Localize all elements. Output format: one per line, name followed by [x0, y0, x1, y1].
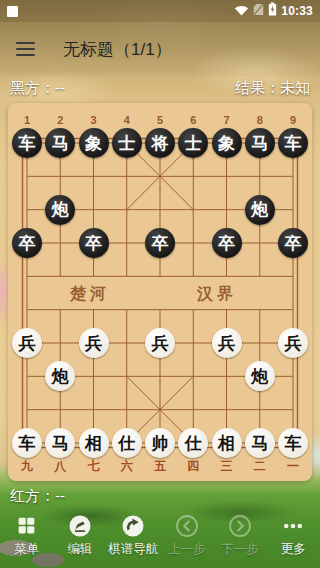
file-coordinate-bottom: 九 [15, 458, 39, 475]
xiangqi-board[interactable]: 123456789 九八七六五四三二一 楚河 汉界 车马象士将士象马车炮炮卒卒卒… [8, 103, 312, 481]
piece-red-兵[interactable]: 兵 [278, 328, 308, 358]
river-label-right: 汉界 [197, 284, 237, 305]
piece-black-卒[interactable]: 卒 [79, 228, 109, 258]
piece-red-帅[interactable]: 帅 [145, 428, 175, 458]
piece-red-相[interactable]: 相 [79, 428, 109, 458]
file-coordinate-bottom: 二 [248, 458, 272, 475]
prev-button[interactable]: 上一步 [160, 510, 213, 562]
file-coordinate-bottom: 五 [148, 458, 172, 475]
toolbar-item-label: 菜单 [14, 541, 39, 558]
file-coordinate-bottom: 四 [181, 458, 205, 475]
piece-black-象[interactable]: 象 [79, 128, 109, 158]
more-button[interactable]: 更多 [267, 510, 320, 562]
file-coordinate-top: 6 [181, 114, 205, 126]
edit-pencil-icon [68, 513, 92, 538]
piece-red-炮[interactable]: 炮 [245, 361, 275, 391]
bottom-toolbar: 菜单编辑棋谱导航上一步下一步更多 [0, 510, 320, 562]
battery-charging-icon [268, 2, 277, 20]
board-grid [8, 103, 312, 481]
toolbar-item-label: 棋谱导航 [108, 541, 158, 558]
file-coordinate-top: 7 [215, 114, 239, 126]
file-coordinate-top: 5 [148, 114, 172, 126]
piece-black-士[interactable]: 士 [112, 128, 142, 158]
piece-red-兵[interactable]: 兵 [212, 328, 242, 358]
no-sim-icon [253, 2, 264, 20]
black-side-label: 黑方：-- [10, 79, 65, 98]
piece-black-车[interactable]: 车 [278, 128, 308, 158]
ellipsis-icon [282, 513, 304, 538]
piece-black-将[interactable]: 将 [145, 128, 175, 158]
piece-red-兵[interactable]: 兵 [12, 328, 42, 358]
file-coordinate-bottom: 七 [82, 458, 106, 475]
piece-black-卒[interactable]: 卒 [12, 228, 42, 258]
piece-red-兵[interactable]: 兵 [79, 328, 109, 358]
toolbar-item-label: 编辑 [67, 541, 92, 558]
page-title: 无标题（1/1） [63, 38, 172, 61]
toolbar-item-label: 上一步 [168, 541, 206, 558]
piece-black-马[interactable]: 马 [245, 128, 275, 158]
menu-button[interactable]: 菜单 [0, 510, 53, 562]
piece-black-车[interactable]: 车 [12, 128, 42, 158]
file-coordinate-top: 1 [15, 114, 39, 126]
file-coordinate-top: 9 [281, 114, 305, 126]
river-label-left: 楚河 [70, 284, 110, 305]
grid-icon [16, 513, 37, 538]
status-bar: 10:33 [0, 0, 320, 22]
file-coordinate-bottom: 三 [215, 458, 239, 475]
nav-button[interactable]: 棋谱导航 [107, 510, 160, 562]
app-screen: 10:33 无标题（1/1） 黑方：-- 结果：未知 123456789 九八七… [0, 0, 320, 568]
piece-black-象[interactable]: 象 [212, 128, 242, 158]
red-side-label: 红方：-- [10, 487, 65, 506]
file-coordinate-bottom: 八 [48, 458, 72, 475]
file-coordinate-top: 4 [115, 114, 139, 126]
chevron-left-icon [175, 513, 199, 538]
title-bar: 无标题（1/1） [0, 22, 320, 76]
piece-black-炮[interactable]: 炮 [245, 195, 275, 225]
edit-button[interactable]: 编辑 [53, 510, 106, 562]
piece-red-兵[interactable]: 兵 [145, 328, 175, 358]
info-bar: 黑方：-- 结果：未知 [0, 76, 320, 100]
result-label: 结果：未知 [235, 79, 310, 98]
toolbar-item-label: 更多 [281, 541, 306, 558]
piece-red-车[interactable]: 车 [278, 428, 308, 458]
piece-black-卒[interactable]: 卒 [278, 228, 308, 258]
next-button[interactable]: 下一步 [213, 510, 266, 562]
redo-arrow-icon [121, 513, 145, 538]
piece-black-炮[interactable]: 炮 [45, 195, 75, 225]
file-coordinate-top: 8 [248, 114, 272, 126]
toolbar-item-label: 下一步 [221, 541, 259, 558]
file-coordinate-bottom: 六 [115, 458, 139, 475]
piece-red-车[interactable]: 车 [12, 428, 42, 458]
chevron-right-icon [228, 513, 252, 538]
piece-red-仕[interactable]: 仕 [112, 428, 142, 458]
file-coordinate-bottom: 一 [281, 458, 305, 475]
hamburger-menu-icon[interactable] [16, 42, 35, 56]
clock-time: 10:33 [281, 4, 313, 18]
wifi-icon [234, 2, 249, 20]
file-coordinate-top: 3 [82, 114, 106, 126]
piece-red-相[interactable]: 相 [212, 428, 242, 458]
screenshot-square-icon [7, 6, 18, 17]
file-coordinate-top: 2 [48, 114, 72, 126]
piece-black-卒[interactable]: 卒 [145, 228, 175, 258]
piece-black-卒[interactable]: 卒 [212, 228, 242, 258]
piece-red-马[interactable]: 马 [245, 428, 275, 458]
